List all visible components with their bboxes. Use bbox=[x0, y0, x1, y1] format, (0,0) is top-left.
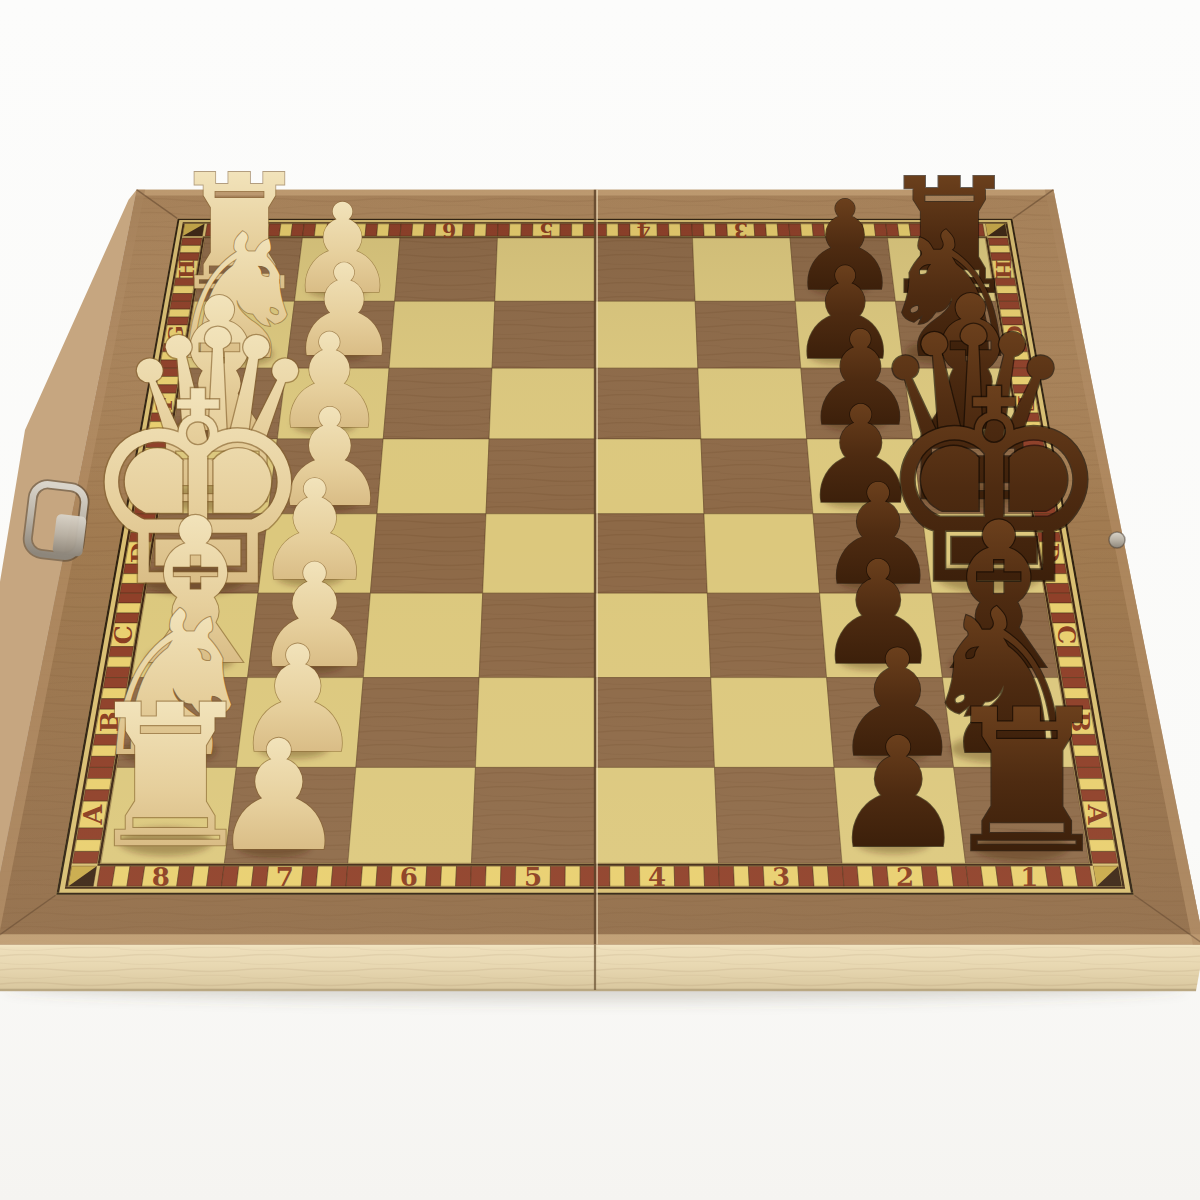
piece-black-rook-A1: ♜ bbox=[939, 667, 1115, 896]
piece-white-pawn-A7: ♟ bbox=[211, 707, 348, 885]
box-front-grain bbox=[0, 945, 1200, 991]
chess-board-scene: 8765432187654321HGFEDCBAHGFEDCBA♜♟♟♜♞♟♟♞… bbox=[0, 0, 1200, 1200]
chess-set-product-photo: 8765432187654321HGFEDCBAHGFEDCBA♜♟♟♜♞♟♟♞… bbox=[0, 0, 1200, 1200]
